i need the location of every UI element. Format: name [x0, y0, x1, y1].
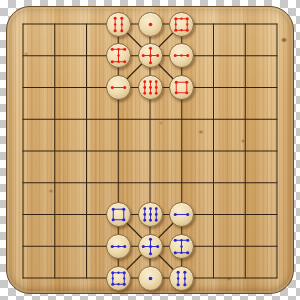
piece-red-6[interactable] [106, 12, 131, 37]
pip-glyph-8-icon [170, 13, 193, 36]
pip-glyph-3-icon [170, 44, 193, 67]
pip-glyph-2-icon [170, 203, 193, 226]
pip-glyph-4-icon [170, 76, 193, 99]
pip-glyph-2-icon [107, 76, 130, 99]
pip-glyph-7-icon [107, 44, 130, 67]
piece-blue-6[interactable] [169, 266, 194, 291]
pip-glyph-1-icon [139, 267, 162, 290]
piece-blue-3[interactable] [106, 234, 131, 259]
pip-glyph-4-icon [107, 203, 130, 226]
piece-red-7[interactable] [106, 43, 131, 68]
piece-red-1[interactable] [138, 12, 163, 37]
piece-red-9[interactable] [138, 75, 163, 100]
piece-blue-1[interactable] [138, 266, 163, 291]
pip-glyph-8-icon [107, 267, 130, 290]
piece-red-8[interactable] [169, 12, 194, 37]
piece-blue-4[interactable] [106, 202, 131, 227]
pip-glyph-9-icon [139, 76, 162, 99]
piece-red-3[interactable] [169, 43, 194, 68]
pip-glyph-1-icon [139, 13, 162, 36]
pip-glyph-5-icon [139, 235, 162, 258]
screenshot-stage [0, 0, 300, 300]
pip-glyph-9-icon [139, 203, 162, 226]
piece-red-4[interactable] [169, 75, 194, 100]
pip-glyph-7-icon [170, 235, 193, 258]
piece-blue-9[interactable] [138, 202, 163, 227]
pip-glyph-6-icon [170, 267, 193, 290]
pieces-layer [7, 7, 295, 295]
piece-red-2[interactable] [106, 75, 131, 100]
piece-blue-5[interactable] [138, 234, 163, 259]
pip-glyph-3-icon [107, 235, 130, 258]
pip-glyph-5-icon [139, 44, 162, 67]
piece-blue-2[interactable] [169, 202, 194, 227]
pip-glyph-6-icon [107, 13, 130, 36]
piece-blue-8[interactable] [106, 266, 131, 291]
game-board [6, 6, 294, 294]
piece-blue-7[interactable] [169, 234, 194, 259]
piece-red-5[interactable] [138, 43, 163, 68]
